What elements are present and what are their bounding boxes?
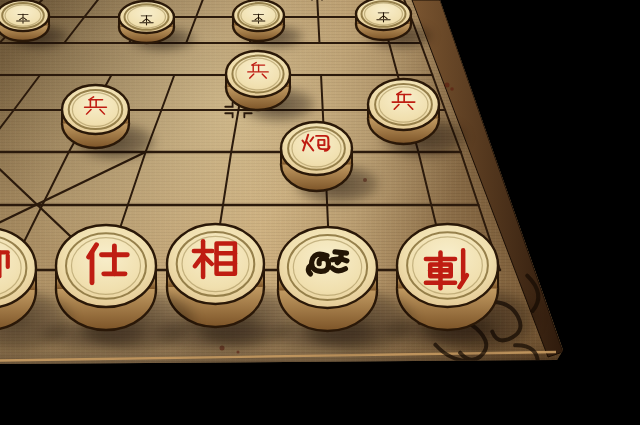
piece-zu-e7[interactable]	[114, 0, 179, 50]
piece-bing-g5[interactable]	[221, 46, 295, 117]
xiangqi-scene	[0, 0, 640, 425]
piece-pao-h3[interactable]	[276, 117, 357, 198]
piece-ma-h1[interactable]	[273, 222, 382, 338]
piece-zu-i7[interactable]	[351, 0, 416, 47]
board-grid	[0, 0, 640, 425]
piece-zu-g7[interactable]	[228, 0, 289, 48]
piece-bing-i4[interactable]	[363, 74, 444, 151]
piece-shuai-e1[interactable]	[0, 223, 41, 337]
piece-bing-e4[interactable]	[57, 80, 134, 155]
piece-zu-c7[interactable]	[0, 0, 54, 48]
